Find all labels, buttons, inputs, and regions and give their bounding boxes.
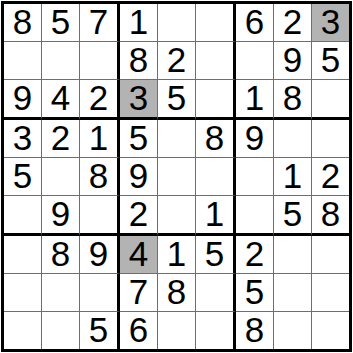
- cell-r7c2[interactable]: 8: [42, 236, 80, 274]
- cell-r1c2[interactable]: 5: [42, 4, 80, 42]
- cell-r1c6[interactable]: [196, 4, 236, 42]
- cell-r9c7[interactable]: 8: [236, 312, 274, 349]
- cell-r8c3[interactable]: [80, 274, 120, 312]
- cell-r9c2[interactable]: [42, 312, 80, 349]
- cell-r9c5[interactable]: [158, 312, 196, 349]
- cell-r8c4[interactable]: 7: [120, 274, 158, 312]
- cell-r4c7[interactable]: 9: [236, 120, 274, 158]
- cell-r1c5[interactable]: [158, 4, 196, 42]
- digit: 8: [89, 158, 108, 193]
- cell-r3c2[interactable]: 4: [42, 80, 80, 120]
- cell-r4c6[interactable]: 8: [196, 120, 236, 158]
- digit: 7: [129, 274, 148, 309]
- cell-r1c1[interactable]: 8: [4, 4, 42, 42]
- cell-r9c1[interactable]: [4, 312, 42, 349]
- digit: 5: [167, 80, 186, 115]
- digit: 1: [245, 80, 264, 115]
- cell-r1c4[interactable]: 1: [120, 4, 158, 42]
- cell-r4c5[interactable]: [158, 120, 196, 158]
- cell-r2c7[interactable]: [236, 42, 274, 80]
- digit: 2: [321, 158, 340, 193]
- cell-r3c4[interactable]: 3: [120, 80, 158, 120]
- digit: 5: [89, 312, 108, 347]
- sudoku-board: 8571623829594235183215895891292158894152…: [1, 1, 352, 352]
- cell-r1c7[interactable]: 6: [236, 4, 274, 42]
- cell-r8c1[interactable]: [4, 274, 42, 312]
- cell-r2c4[interactable]: 8: [120, 42, 158, 80]
- cell-r5c5[interactable]: [158, 158, 196, 196]
- cell-r2c6[interactable]: [196, 42, 236, 80]
- cell-r4c1[interactable]: 3: [4, 120, 42, 158]
- cell-r6c3[interactable]: [80, 196, 120, 236]
- cell-r8c2[interactable]: [42, 274, 80, 312]
- cell-r6c5[interactable]: [158, 196, 196, 236]
- cell-r7c3[interactable]: 9: [80, 236, 120, 274]
- cell-r2c2[interactable]: [42, 42, 80, 80]
- cell-r2c1[interactable]: [4, 42, 42, 80]
- digit: 8: [129, 42, 148, 77]
- digit: 5: [13, 158, 32, 193]
- cell-r2c3[interactable]: [80, 42, 120, 80]
- digit: 9: [129, 158, 148, 193]
- digit: 4: [51, 80, 70, 115]
- digit: 9: [245, 120, 264, 155]
- sudoku-page: 8571623829594235183215895891292158894152…: [0, 0, 353, 353]
- cell-r7c7[interactable]: 2: [236, 236, 274, 274]
- cell-r5c3[interactable]: 8: [80, 158, 120, 196]
- digit: 1: [205, 196, 224, 231]
- digit: 5: [321, 42, 340, 77]
- digit: 9: [51, 196, 70, 231]
- cell-r7c8[interactable]: [274, 236, 312, 274]
- cell-r9c8[interactable]: [274, 312, 312, 349]
- digit: 9: [283, 42, 302, 77]
- digit: 3: [321, 4, 340, 39]
- cell-r6c7[interactable]: [236, 196, 274, 236]
- digit: 2: [89, 80, 108, 115]
- digit: 8: [321, 196, 340, 231]
- digit: 9: [89, 236, 108, 271]
- digit: 3: [129, 80, 148, 115]
- cell-r9c4[interactable]: 6: [120, 312, 158, 349]
- digit: 5: [205, 236, 224, 271]
- cell-r2c9[interactable]: 5: [312, 42, 349, 80]
- cell-r3c8[interactable]: 8: [274, 80, 312, 120]
- cell-r6c4[interactable]: 2: [120, 196, 158, 236]
- digit: 1: [129, 4, 148, 39]
- cell-r6c2[interactable]: 9: [42, 196, 80, 236]
- digit: 8: [167, 274, 186, 309]
- cell-r4c9[interactable]: [312, 120, 349, 158]
- cell-r5c2[interactable]: [42, 158, 80, 196]
- digit: 6: [245, 4, 264, 39]
- cell-r3c9[interactable]: [312, 80, 349, 120]
- digit: 8: [245, 312, 264, 347]
- cell-r4c4[interactable]: 5: [120, 120, 158, 158]
- cell-r3c3[interactable]: 2: [80, 80, 120, 120]
- digit: 2: [245, 236, 264, 271]
- cell-r4c8[interactable]: [274, 120, 312, 158]
- digit: 7: [89, 4, 108, 39]
- digit: 2: [167, 42, 186, 77]
- cell-r9c9[interactable]: [312, 312, 349, 349]
- digit: 5: [51, 4, 70, 39]
- cell-r1c8[interactable]: 2: [274, 4, 312, 42]
- cell-r8c6[interactable]: [196, 274, 236, 312]
- digit: 1: [167, 236, 186, 271]
- cell-r5c4[interactable]: 9: [120, 158, 158, 196]
- cell-r3c6[interactable]: [196, 80, 236, 120]
- cell-r5c7[interactable]: [236, 158, 274, 196]
- cell-r3c1[interactable]: 9: [4, 80, 42, 120]
- cell-r2c8[interactable]: 9: [274, 42, 312, 80]
- cell-r6c6[interactable]: 1: [196, 196, 236, 236]
- cell-r8c8[interactable]: [274, 274, 312, 312]
- cell-r5c1[interactable]: 5: [4, 158, 42, 196]
- cell-r7c1[interactable]: [4, 236, 42, 274]
- digit: 8: [205, 120, 224, 155]
- cell-r8c9[interactable]: [312, 274, 349, 312]
- cell-r8c7[interactable]: 5: [236, 274, 274, 312]
- digit: 2: [51, 120, 70, 155]
- cell-r4c2[interactable]: 2: [42, 120, 80, 158]
- cell-r5c6[interactable]: [196, 158, 236, 196]
- cell-r7c4[interactable]: 4: [120, 236, 158, 274]
- cell-r4c3[interactable]: 1: [80, 120, 120, 158]
- digit: 1: [89, 120, 108, 155]
- digit: 2: [283, 4, 302, 39]
- cell-r2c5[interactable]: 2: [158, 42, 196, 80]
- cell-r7c5[interactable]: 1: [158, 236, 196, 274]
- cell-r7c6[interactable]: 5: [196, 236, 236, 274]
- cell-r6c9[interactable]: 8: [312, 196, 349, 236]
- digit: 4: [129, 236, 148, 271]
- digit: 5: [129, 120, 148, 155]
- cell-r3c5[interactable]: 5: [158, 80, 196, 120]
- digit: 3: [13, 120, 32, 155]
- digit: 9: [13, 80, 32, 115]
- cell-r5c8[interactable]: 1: [274, 158, 312, 196]
- cell-r6c8[interactable]: 5: [274, 196, 312, 236]
- cell-r9c3[interactable]: 5: [80, 312, 120, 349]
- cell-r9c6[interactable]: [196, 312, 236, 349]
- digit: 8: [13, 4, 32, 39]
- cell-r7c9[interactable]: [312, 236, 349, 274]
- digit: 1: [283, 158, 302, 193]
- cell-r1c3[interactable]: 7: [80, 4, 120, 42]
- digit: 2: [129, 196, 148, 231]
- cell-r5c9[interactable]: 2: [312, 158, 349, 196]
- cell-r8c5[interactable]: 8: [158, 274, 196, 312]
- digit: 5: [283, 196, 302, 231]
- cell-r3c7[interactable]: 1: [236, 80, 274, 120]
- cell-r1c9[interactable]: 3: [312, 4, 349, 42]
- digit: 8: [283, 80, 302, 115]
- cell-r6c1[interactable]: [4, 196, 42, 236]
- digit: 5: [245, 274, 264, 309]
- digit: 6: [129, 312, 148, 347]
- digit: 8: [51, 236, 70, 271]
